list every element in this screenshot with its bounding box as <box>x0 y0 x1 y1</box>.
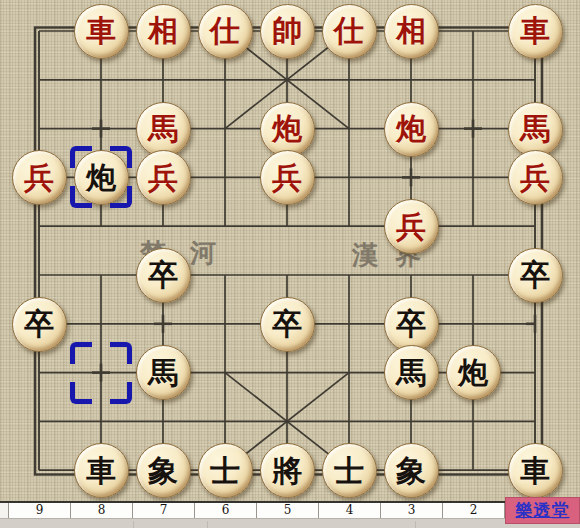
piece-red-chariot[interactable]: 車 <box>508 4 563 59</box>
piece-black-horse[interactable]: 馬 <box>136 345 191 400</box>
intersection-r8c2[interactable] <box>132 397 194 446</box>
intersection-r6c2[interactable] <box>132 300 194 349</box>
piece-red-elephant[interactable]: 相 <box>384 4 439 59</box>
intersection-r6c8[interactable] <box>504 300 566 349</box>
intersection-r4c1[interactable] <box>70 202 132 251</box>
piece-red-soldier[interactable]: 兵 <box>508 150 563 205</box>
piece-black-soldier[interactable]: 卒 <box>260 297 315 352</box>
file-label-5: 5 <box>256 503 318 518</box>
intersection-r6c0[interactable]: 卒 <box>8 300 70 349</box>
intersection-r5c1[interactable] <box>70 251 132 300</box>
piece-black-soldier[interactable]: 卒 <box>508 248 563 303</box>
intersection-r9c2[interactable]: 象 <box>132 446 194 495</box>
intersection-r2c8[interactable]: 馬 <box>504 105 566 154</box>
intersection-r8c8[interactable] <box>504 397 566 446</box>
intersection-r3c0[interactable]: 兵 <box>8 153 70 202</box>
intersection-r4c6[interactable]: 兵 <box>380 202 442 251</box>
intersection-r2c6[interactable]: 炮 <box>380 105 442 154</box>
intersection-r9c1[interactable]: 車 <box>70 446 132 495</box>
piece-black-elephant[interactable]: 象 <box>384 443 439 498</box>
piece-black-advisor[interactable]: 士 <box>322 443 377 498</box>
piece-red-chariot[interactable]: 車 <box>74 4 129 59</box>
intersection-r3c7[interactable] <box>442 153 504 202</box>
piece-red-elephant[interactable]: 相 <box>136 4 191 59</box>
intersection-r0c3[interactable]: 仕 <box>194 7 256 56</box>
intersection-r2c5[interactable] <box>318 105 380 154</box>
intersection-r1c1[interactable] <box>70 56 132 105</box>
intersection-r8c1[interactable] <box>70 397 132 446</box>
intersection-r8c0[interactable] <box>8 397 70 446</box>
intersection-r5c3[interactable] <box>194 251 256 300</box>
intersection-r0c2[interactable]: 相 <box>132 7 194 56</box>
intersection-r3c8[interactable]: 兵 <box>504 153 566 202</box>
intersection-r1c2[interactable] <box>132 56 194 105</box>
pieces-layer: 車相仕帥仕相車馬炮炮馬兵炮兵兵兵兵卒卒卒卒卒馬馬炮車象士將士象車 <box>8 7 566 495</box>
intersection-r5c7[interactable] <box>442 251 504 300</box>
intersection-r4c2[interactable] <box>132 202 194 251</box>
intersection-r5c5[interactable] <box>318 251 380 300</box>
intersection-r1c4[interactable] <box>256 56 318 105</box>
intersection-r2c4[interactable]: 炮 <box>256 105 318 154</box>
intersection-r3c6[interactable] <box>380 153 442 202</box>
intersection-r0c8[interactable]: 車 <box>504 7 566 56</box>
intersection-r1c3[interactable] <box>194 56 256 105</box>
piece-black-advisor[interactable]: 士 <box>198 443 253 498</box>
intersection-r0c1[interactable]: 車 <box>70 7 132 56</box>
piece-red-advisor[interactable]: 仕 <box>198 4 253 59</box>
xiangqi-board: 楚河 漢界 車相仕帥仕相車馬炮炮馬兵炮兵兵兵兵卒卒卒卒卒馬馬炮車象士將士象車 <box>0 0 580 501</box>
intersection-r6c4[interactable]: 卒 <box>256 300 318 349</box>
piece-red-cannon[interactable]: 炮 <box>260 102 315 157</box>
intersection-r3c3[interactable] <box>194 153 256 202</box>
intersection-r8c7[interactable] <box>442 397 504 446</box>
intersection-r1c7[interactable] <box>442 56 504 105</box>
file-coordinate-strip: 98765432 <box>0 501 580 518</box>
intersection-r9c8[interactable]: 車 <box>504 446 566 495</box>
intersection-r2c3[interactable] <box>194 105 256 154</box>
piece-red-cannon[interactable]: 炮 <box>384 102 439 157</box>
intersection-r4c3[interactable] <box>194 202 256 251</box>
intersection-r9c4[interactable]: 將 <box>256 446 318 495</box>
file-label-4: 4 <box>318 503 380 518</box>
intersection-r8c5[interactable] <box>318 397 380 446</box>
intersection-r3c5[interactable] <box>318 153 380 202</box>
piece-black-cannon[interactable]: 炮 <box>446 345 501 400</box>
intersection-r7c8[interactable] <box>504 349 566 398</box>
intersection-r9c3[interactable]: 士 <box>194 446 256 495</box>
intersection-r7c7[interactable]: 炮 <box>442 349 504 398</box>
file-label-9: 9 <box>8 503 70 518</box>
intersection-r0c0[interactable] <box>8 7 70 56</box>
piece-red-soldier[interactable]: 兵 <box>260 150 315 205</box>
intersection-r1c8[interactable] <box>504 56 566 105</box>
intersection-r2c2[interactable]: 馬 <box>132 105 194 154</box>
intersection-r5c6[interactable] <box>380 251 442 300</box>
intersection-r3c2[interactable]: 兵 <box>132 153 194 202</box>
intersection-r0c5[interactable]: 仕 <box>318 7 380 56</box>
file-label-3: 3 <box>380 503 442 518</box>
piece-red-soldier[interactable]: 兵 <box>384 199 439 254</box>
intersection-r0c4[interactable]: 帥 <box>256 7 318 56</box>
intersection-r6c5[interactable] <box>318 300 380 349</box>
intersection-r5c2[interactable]: 卒 <box>132 251 194 300</box>
intersection-r0c7[interactable] <box>442 7 504 56</box>
intersection-r1c6[interactable] <box>380 56 442 105</box>
piece-black-general[interactable]: 將 <box>260 443 315 498</box>
piece-red-advisor[interactable]: 仕 <box>322 4 377 59</box>
intersection-r7c3[interactable] <box>194 349 256 398</box>
intersection-r5c0[interactable] <box>8 251 70 300</box>
file-label-2: 2 <box>442 503 504 518</box>
intersection-r5c8[interactable]: 卒 <box>504 251 566 300</box>
intersection-r7c0[interactable] <box>8 349 70 398</box>
intersection-r0c6[interactable]: 相 <box>380 7 442 56</box>
intersection-r1c0[interactable] <box>8 56 70 105</box>
piece-red-general[interactable]: 帥 <box>260 4 315 59</box>
file-label-8: 8 <box>70 503 132 518</box>
intersection-r7c5[interactable] <box>318 349 380 398</box>
intersection-r7c2[interactable]: 馬 <box>132 349 194 398</box>
piece-black-chariot[interactable]: 車 <box>508 443 563 498</box>
bottom-toolbar-edge <box>0 518 580 528</box>
intersection-r8c6[interactable] <box>380 397 442 446</box>
intersection-r8c4[interactable] <box>256 397 318 446</box>
intersection-r4c8[interactable] <box>504 202 566 251</box>
xiangqi-game-screen: 楚河 漢界 車相仕帥仕相車馬炮炮馬兵炮兵兵兵兵卒卒卒卒卒馬馬炮車象士將士象車 9… <box>0 0 580 528</box>
piece-black-soldier[interactable]: 卒 <box>384 297 439 352</box>
file-label-6: 6 <box>194 503 256 518</box>
intersection-r4c5[interactable] <box>318 202 380 251</box>
piece-red-horse[interactable]: 馬 <box>136 102 191 157</box>
intersection-r9c0[interactable] <box>8 446 70 495</box>
intersection-r3c4[interactable]: 兵 <box>256 153 318 202</box>
intersection-r3c1[interactable]: 炮 <box>70 153 132 202</box>
intersection-r9c7[interactable] <box>442 446 504 495</box>
intersection-r4c7[interactable] <box>442 202 504 251</box>
piece-red-horse[interactable]: 馬 <box>508 102 563 157</box>
piece-black-cannon[interactable]: 炮 <box>74 150 129 205</box>
piece-red-soldier[interactable]: 兵 <box>136 150 191 205</box>
intersection-r4c4[interactable] <box>256 202 318 251</box>
intersection-r1c5[interactable] <box>318 56 380 105</box>
intersection-r6c1[interactable] <box>70 300 132 349</box>
intersection-r6c3[interactable] <box>194 300 256 349</box>
intersection-r7c6[interactable]: 馬 <box>380 349 442 398</box>
intersection-r5c4[interactable] <box>256 251 318 300</box>
piece-black-soldier[interactable]: 卒 <box>12 297 67 352</box>
intersection-r2c7[interactable] <box>442 105 504 154</box>
piece-black-soldier[interactable]: 卒 <box>136 248 191 303</box>
intersection-r9c5[interactable]: 士 <box>318 446 380 495</box>
file-label-7: 7 <box>132 503 194 518</box>
intersection-r8c3[interactable] <box>194 397 256 446</box>
piece-black-elephant[interactable]: 象 <box>136 443 191 498</box>
intersection-r2c0[interactable] <box>8 105 70 154</box>
intersection-r6c7[interactable] <box>442 300 504 349</box>
intersection-r2c1[interactable] <box>70 105 132 154</box>
intersection-r4c0[interactable] <box>8 202 70 251</box>
piece-black-horse[interactable]: 馬 <box>384 345 439 400</box>
piece-black-chariot[interactable]: 車 <box>74 443 129 498</box>
intersection-r7c4[interactable] <box>256 349 318 398</box>
intersection-r7c1[interactable] <box>70 349 132 398</box>
piece-red-soldier[interactable]: 兵 <box>12 150 67 205</box>
letou-tang-watermark: 樂透堂 <box>505 497 580 524</box>
intersection-r6c6[interactable]: 卒 <box>380 300 442 349</box>
intersection-r9c6[interactable]: 象 <box>380 446 442 495</box>
